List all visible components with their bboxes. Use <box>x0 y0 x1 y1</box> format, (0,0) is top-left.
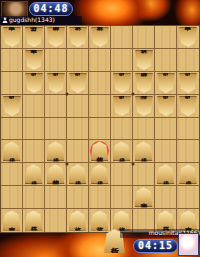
board-cell[interactable]: 歩兵 <box>45 72 67 95</box>
shogi-piece-gote-bishop[interactable]: 角行 <box>135 96 153 116</box>
board-cell[interactable]: 歩兵 <box>89 163 111 186</box>
board-cell[interactable]: 歩兵 <box>67 72 89 95</box>
shogi-piece-gote-pawn[interactable]: 歩兵 <box>113 73 131 93</box>
board-cell[interactable] <box>89 186 111 209</box>
board-cell[interactable]: 王将 <box>89 209 111 232</box>
hoshi-dot <box>132 93 135 96</box>
board-cell[interactable]: 銀将 <box>89 140 111 163</box>
board-cell[interactable]: 歩兵 <box>133 140 155 163</box>
board-cell[interactable] <box>23 95 45 118</box>
board-cell[interactable] <box>23 186 45 209</box>
shogi-piece-sente-lance[interactable]: 香車 <box>179 211 197 231</box>
board-cell[interactable] <box>23 140 45 163</box>
shogi-piece-gote-pawn[interactable]: 歩兵 <box>47 73 65 93</box>
shogi-piece-sente-pawn[interactable]: 歩兵 <box>91 164 109 184</box>
board-cell[interactable] <box>67 140 89 163</box>
board-cell[interactable] <box>1 72 23 95</box>
board-cell[interactable]: 歩兵 <box>1 140 23 163</box>
board-cell[interactable]: 歩兵 <box>45 140 67 163</box>
board-cell[interactable] <box>67 118 89 141</box>
shogi-piece-gote-pawn[interactable]: 歩兵 <box>113 96 131 116</box>
top-player-namebar: gugdshh(1343) <box>0 16 82 25</box>
shogi-piece-gote-gold[interactable]: 金将 <box>69 27 87 47</box>
board-cell[interactable] <box>177 49 199 72</box>
board-cell[interactable]: 歩兵 <box>1 95 23 118</box>
shogi-piece-gote-pawn[interactable]: 歩兵 <box>25 73 43 93</box>
shogi-piece-sente-knight[interactable]: 桂馬 <box>25 211 43 231</box>
shogi-piece-sente-pawn[interactable]: 歩兵 <box>47 141 65 161</box>
board-cell[interactable] <box>67 49 89 72</box>
board-cell[interactable] <box>23 118 45 141</box>
shogi-piece-sente-pawn[interactable]: 歩兵 <box>157 164 175 184</box>
board-cell[interactable] <box>133 26 155 49</box>
board-cell[interactable]: 歩兵 <box>177 163 199 186</box>
board-cell[interactable]: 歩兵 <box>23 163 45 186</box>
board-cell[interactable]: 歩兵 <box>155 72 177 95</box>
shogi-piece-gote-pawn[interactable]: 歩兵 <box>179 96 197 116</box>
board-cell[interactable] <box>111 118 133 141</box>
shogi-piece-sente-pawn[interactable]: 歩兵 <box>135 141 153 161</box>
board-cell[interactable]: 歩兵 <box>111 95 133 118</box>
board-cell[interactable]: 歩兵 <box>177 72 199 95</box>
shogi-piece-sente-pawn[interactable]: 歩兵 <box>3 141 21 161</box>
shogi-piece-sente-knight[interactable]: 桂馬 <box>157 211 175 231</box>
board-cell[interactable]: 銀将 <box>133 72 155 95</box>
board-cell[interactable] <box>155 186 177 209</box>
board-cell[interactable] <box>1 49 23 72</box>
shogi-piece-gote-knight[interactable]: 桂馬 <box>25 27 43 47</box>
shogi-piece-gote-silver[interactable]: 銀将 <box>47 27 65 47</box>
board-cell[interactable]: 桂馬 <box>23 209 45 232</box>
board-cell[interactable]: 歩兵 <box>155 163 177 186</box>
board-cell[interactable]: 歩兵 <box>23 72 45 95</box>
board-cell[interactable]: 桂馬 <box>23 26 45 49</box>
shogi-piece-sente-pawn[interactable]: 歩兵 <box>25 164 43 184</box>
board-cell[interactable] <box>155 26 177 49</box>
shogi-piece-gote-pawn[interactable]: 歩兵 <box>179 73 197 93</box>
board-cell[interactable] <box>67 186 89 209</box>
shogi-piece-sente-pawn[interactable]: 歩兵 <box>179 164 197 184</box>
shogi-piece-gote-pawn[interactable]: 歩兵 <box>157 73 175 93</box>
board-cell[interactable] <box>67 95 89 118</box>
shogi-piece-sente-silver[interactable]: 銀将 <box>91 141 109 161</box>
board-cell[interactable] <box>155 140 177 163</box>
board-cell[interactable]: 歩兵 <box>67 163 89 186</box>
shogi-piece-sente-pawn[interactable]: 歩兵 <box>69 164 87 184</box>
board-cell[interactable]: 金将 <box>67 209 89 232</box>
board-cell[interactable]: 歩兵 <box>177 95 199 118</box>
shogi-piece-gote-pawn[interactable]: 歩兵 <box>3 96 21 116</box>
top-player-name: gugdshh(1343) <box>9 16 55 23</box>
board-cell[interactable] <box>45 118 67 141</box>
board-cell[interactable]: 玉将 <box>89 26 111 49</box>
board-cell[interactable] <box>45 186 67 209</box>
board-cell[interactable] <box>111 186 133 209</box>
bottom-player-avatar[interactable] <box>178 233 199 256</box>
board-cell[interactable]: 金将 <box>133 49 155 72</box>
board-cell[interactable] <box>177 186 199 209</box>
shogi-piece-gote-lance[interactable]: 香車 <box>3 27 21 47</box>
board-cell[interactable] <box>133 163 155 186</box>
shogi-piece-gote-pawn[interactable]: 歩兵 <box>69 73 87 93</box>
shogi-piece-sente-silver[interactable]: 銀将 <box>47 164 65 184</box>
board-cell[interactable]: 銀将 <box>45 26 67 49</box>
board-cell[interactable] <box>111 26 133 49</box>
board-cell[interactable]: 歩兵 <box>111 140 133 163</box>
board-cell[interactable] <box>111 49 133 72</box>
board-cell[interactable] <box>89 95 111 118</box>
hoshi-dot <box>132 162 135 165</box>
bottom-player-clock: 04:15 <box>133 239 178 253</box>
board-cell[interactable]: 角行 <box>133 95 155 118</box>
board-cell[interactable]: 香車 <box>1 209 23 232</box>
board-cell[interactable] <box>1 118 23 141</box>
shogi-piece-gote-gold[interactable]: 金将 <box>135 50 153 70</box>
hoshi-dot <box>65 93 68 96</box>
board-cell[interactable] <box>45 49 67 72</box>
board-cell[interactable] <box>1 163 23 186</box>
board-grid: 香車桂馬銀将金将玉将香車飛車金将歩兵歩兵歩兵歩兵銀将歩兵歩兵歩兵歩兵角行歩兵歩兵… <box>0 25 200 233</box>
board-cell[interactable]: 歩兵 <box>111 72 133 95</box>
board-cell[interactable] <box>45 95 67 118</box>
top-player-clock: 04:48 <box>29 2 73 16</box>
shogi-piece-gote-lance[interactable]: 香車 <box>179 27 197 47</box>
board-cell[interactable]: 香車 <box>177 26 199 49</box>
shogi-piece-gote-pawn[interactable]: 歩兵 <box>157 96 175 116</box>
board-cell[interactable]: 歩兵 <box>155 95 177 118</box>
shogi-piece-sente-lance[interactable]: 香車 <box>3 211 21 231</box>
shogi-piece-sente-rook[interactable]: 飛車 <box>135 187 153 207</box>
shogi-piece-gote-king[interactable]: 玉将 <box>91 27 109 47</box>
board-cell[interactable] <box>89 118 111 141</box>
shogi-piece-gote-silver[interactable]: 銀将 <box>135 73 153 93</box>
board-cell[interactable] <box>177 118 199 141</box>
board-cell[interactable] <box>111 163 133 186</box>
board-cell[interactable] <box>155 49 177 72</box>
shogi-piece-sente-pawn[interactable]: 歩兵 <box>113 141 131 161</box>
board-cell[interactable] <box>89 49 111 72</box>
board-cell[interactable] <box>1 186 23 209</box>
shogi-piece-sente-gold[interactable]: 金将 <box>69 211 87 231</box>
board-cell[interactable] <box>45 209 67 232</box>
board-cell[interactable]: 金将 <box>67 26 89 49</box>
board-cell[interactable] <box>89 72 111 95</box>
board-cell[interactable] <box>177 140 199 163</box>
board-cell[interactable] <box>155 118 177 141</box>
board-cell[interactable]: 飛車 <box>133 186 155 209</box>
shogi-piece-sente-king[interactable]: 王将 <box>91 211 109 231</box>
board-cell[interactable]: 銀将 <box>45 163 67 186</box>
hoshi-dot <box>65 162 68 165</box>
shogi-piece-sente-gold[interactable]: 金将 <box>113 211 131 231</box>
board-cell[interactable] <box>133 118 155 141</box>
person-icon <box>2 17 8 25</box>
board-cell[interactable]: 飛車 <box>23 49 45 72</box>
shogi-piece-gote-rook[interactable]: 飛車 <box>25 50 43 70</box>
board-cell[interactable]: 香車 <box>1 26 23 49</box>
